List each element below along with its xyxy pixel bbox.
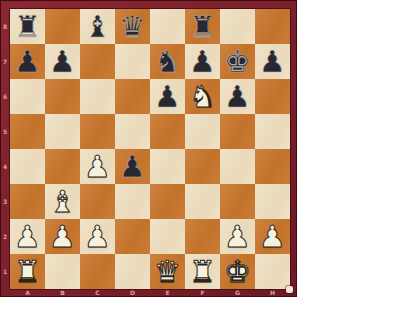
piece-white-pawn[interactable]: ♟ [80, 219, 115, 254]
square-a3[interactable] [10, 184, 45, 219]
board-grid: ♜♝♛♜♟♟♞♟♚♟♟♞♟♟♟♝♟♟♟♟♟♜♛♜♚ [10, 9, 290, 289]
square-d4[interactable]: ♟ [115, 149, 150, 184]
square-f8[interactable]: ♜ [185, 9, 220, 44]
rank-label-5: 5 [0, 114, 10, 149]
square-a8[interactable]: ♜ [10, 9, 45, 44]
square-h1[interactable] [255, 254, 290, 289]
piece-black-bishop[interactable]: ♝ [80, 9, 115, 44]
square-g1[interactable]: ♚ [220, 254, 255, 289]
square-d5[interactable] [115, 114, 150, 149]
square-f2[interactable] [185, 219, 220, 254]
piece-white-bishop[interactable]: ♝ [45, 184, 80, 219]
piece-white-pawn[interactable]: ♟ [45, 219, 80, 254]
piece-white-rook[interactable]: ♜ [185, 254, 220, 289]
piece-black-king[interactable]: ♚ [220, 44, 255, 79]
file-label-c: C [80, 288, 115, 297]
file-label-f: F [185, 288, 220, 297]
file-label-d: D [115, 288, 150, 297]
square-e6[interactable]: ♟ [150, 79, 185, 114]
piece-white-knight[interactable]: ♞ [185, 79, 220, 114]
square-e8[interactable] [150, 9, 185, 44]
square-g5[interactable] [220, 114, 255, 149]
square-h7[interactable]: ♟ [255, 44, 290, 79]
square-d3[interactable] [115, 184, 150, 219]
rank-label-4: 4 [0, 149, 10, 184]
file-label-h: H [255, 288, 290, 297]
square-b1[interactable] [45, 254, 80, 289]
square-b5[interactable] [45, 114, 80, 149]
square-g2[interactable]: ♟ [220, 219, 255, 254]
piece-black-queen[interactable]: ♛ [115, 9, 150, 44]
square-b6[interactable] [45, 79, 80, 114]
square-c3[interactable] [80, 184, 115, 219]
square-a7[interactable]: ♟ [10, 44, 45, 79]
square-f7[interactable]: ♟ [185, 44, 220, 79]
square-c7[interactable] [80, 44, 115, 79]
piece-black-pawn[interactable]: ♟ [115, 149, 150, 184]
square-g6[interactable]: ♟ [220, 79, 255, 114]
chess-board: ♜♝♛♜♟♟♞♟♚♟♟♞♟♟♟♝♟♟♟♟♟♜♛♜♚ 87654321ABCDEF… [0, 0, 297, 297]
rank-label-1: 1 [0, 254, 10, 289]
piece-black-pawn[interactable]: ♟ [150, 79, 185, 114]
square-d6[interactable] [115, 79, 150, 114]
square-d7[interactable] [115, 44, 150, 79]
square-a6[interactable] [10, 79, 45, 114]
piece-white-pawn[interactable]: ♟ [220, 219, 255, 254]
piece-black-pawn[interactable]: ♟ [220, 79, 255, 114]
rank-label-7: 7 [0, 44, 10, 79]
square-h4[interactable] [255, 149, 290, 184]
piece-black-knight[interactable]: ♞ [150, 44, 185, 79]
square-e3[interactable] [150, 184, 185, 219]
piece-white-rook[interactable]: ♜ [10, 254, 45, 289]
square-a2[interactable]: ♟ [10, 219, 45, 254]
square-e5[interactable] [150, 114, 185, 149]
piece-black-pawn[interactable]: ♟ [10, 44, 45, 79]
square-h8[interactable] [255, 9, 290, 44]
square-g3[interactable] [220, 184, 255, 219]
square-f1[interactable]: ♜ [185, 254, 220, 289]
square-h3[interactable] [255, 184, 290, 219]
piece-black-pawn[interactable]: ♟ [255, 44, 290, 79]
rank-label-3: 3 [0, 184, 10, 219]
square-e7[interactable]: ♞ [150, 44, 185, 79]
file-label-e: E [150, 288, 185, 297]
square-c6[interactable] [80, 79, 115, 114]
piece-black-pawn[interactable]: ♟ [185, 44, 220, 79]
rank-label-6: 6 [0, 79, 10, 114]
file-label-a: A [10, 288, 45, 297]
square-d2[interactable] [115, 219, 150, 254]
piece-black-rook[interactable]: ♜ [10, 9, 45, 44]
square-g4[interactable] [220, 149, 255, 184]
square-f4[interactable] [185, 149, 220, 184]
piece-black-pawn[interactable]: ♟ [45, 44, 80, 79]
square-h5[interactable] [255, 114, 290, 149]
square-g7[interactable]: ♚ [220, 44, 255, 79]
square-b2[interactable]: ♟ [45, 219, 80, 254]
piece-white-pawn[interactable]: ♟ [255, 219, 290, 254]
file-label-b: B [45, 288, 80, 297]
rank-label-8: 8 [0, 9, 10, 44]
square-e1[interactable]: ♛ [150, 254, 185, 289]
square-b3[interactable]: ♝ [45, 184, 80, 219]
square-d1[interactable] [115, 254, 150, 289]
piece-white-king[interactable]: ♚ [220, 254, 255, 289]
piece-white-queen[interactable]: ♛ [150, 254, 185, 289]
square-b8[interactable] [45, 9, 80, 44]
square-c2[interactable]: ♟ [80, 219, 115, 254]
square-f6[interactable]: ♞ [185, 79, 220, 114]
square-h2[interactable]: ♟ [255, 219, 290, 254]
square-c8[interactable]: ♝ [80, 9, 115, 44]
piece-black-rook[interactable]: ♜ [185, 9, 220, 44]
file-label-g: G [220, 288, 255, 297]
rank-label-2: 2 [0, 219, 10, 254]
square-a1[interactable]: ♜ [10, 254, 45, 289]
square-d8[interactable]: ♛ [115, 9, 150, 44]
square-e2[interactable] [150, 219, 185, 254]
square-g8[interactable] [220, 9, 255, 44]
square-c1[interactable] [80, 254, 115, 289]
square-b7[interactable]: ♟ [45, 44, 80, 79]
square-e4[interactable] [150, 149, 185, 184]
square-f5[interactable] [185, 114, 220, 149]
square-c5[interactable] [80, 114, 115, 149]
side-to-move-indicator [286, 286, 293, 293]
square-h6[interactable] [255, 79, 290, 114]
square-f3[interactable] [185, 184, 220, 219]
square-a5[interactable] [10, 114, 45, 149]
piece-white-pawn[interactable]: ♟ [10, 219, 45, 254]
square-c4[interactable]: ♟ [80, 149, 115, 184]
piece-white-pawn[interactable]: ♟ [80, 149, 115, 184]
square-a4[interactable] [10, 149, 45, 184]
page: ♜♝♛♜♟♟♞♟♚♟♟♞♟♟♟♝♟♟♟♟♟♜♛♜♚ 87654321ABCDEF… [0, 0, 414, 311]
square-b4[interactable] [45, 149, 80, 184]
